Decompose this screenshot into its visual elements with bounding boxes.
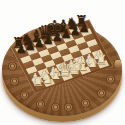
rosette-carving bbox=[51, 103, 60, 112]
clasp-pin bbox=[115, 60, 121, 68]
chess-set-photo: ♜♞♝♛♚♝♞♜♟♟♟♟♟♟♟♟♟♟♟♟♟♟♟♟♜♞♝♛♚♝♞♜ bbox=[0, 0, 125, 125]
rosette-carving bbox=[8, 62, 17, 71]
rosette-carving bbox=[36, 100, 45, 109]
rosette-carving bbox=[97, 89, 106, 98]
rosette-carving bbox=[81, 99, 90, 108]
board-square bbox=[97, 60, 109, 68]
rosette-carving bbox=[106, 75, 115, 84]
